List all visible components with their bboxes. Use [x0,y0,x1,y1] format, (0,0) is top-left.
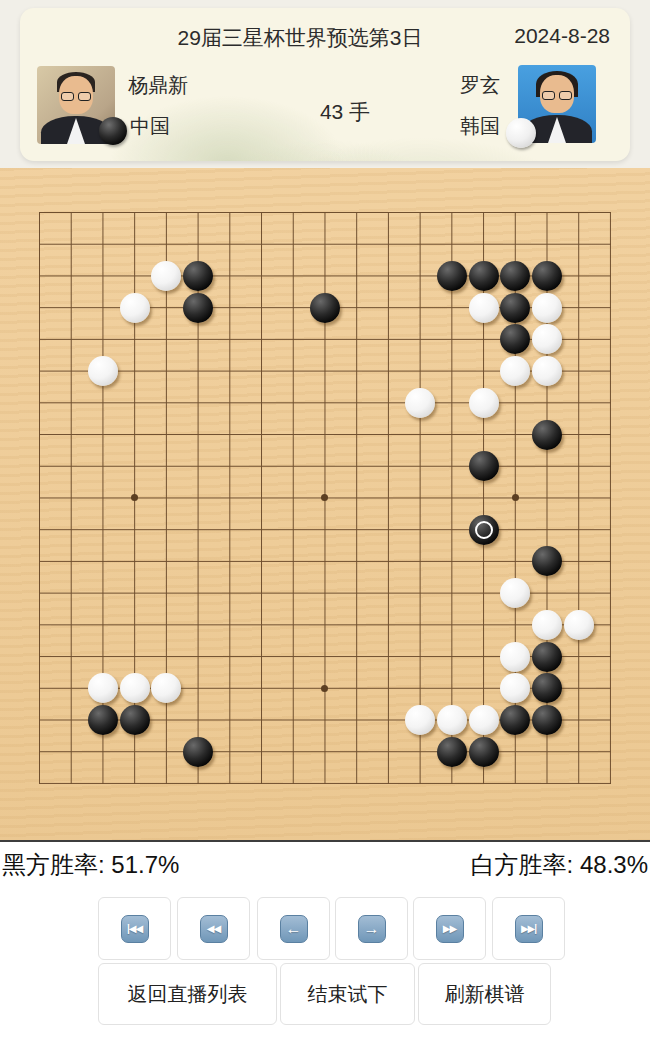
black-stone [183,261,213,291]
black-winrate: 黑方胜率: 51.7% [2,849,179,881]
white-stone [500,673,530,703]
black-stone [532,705,562,735]
event-title: 29届三星杯世界预选第3日 [80,24,520,52]
black-stone [88,705,118,735]
white-player-name: 罗玄 [460,72,500,99]
white-stone [469,705,499,735]
white-player-country: 韩国 [460,113,500,140]
white-stone [532,610,562,640]
event-date: 2024-8-28 [514,24,610,48]
right-arrow-icon: → [358,915,386,943]
black-stone [183,293,213,323]
move-count: 43 手 [265,98,425,126]
goban[interactable] [0,168,650,840]
black-stone [532,546,562,576]
star-point [131,494,138,501]
white-stone [120,673,150,703]
white-stone [532,293,562,323]
board-bottom-divider [0,840,650,842]
black-stone-icon [99,117,127,145]
black-stone [532,420,562,450]
white-stone [437,705,467,735]
black-stone [500,705,530,735]
white-stone [120,293,150,323]
skip-to-end-button[interactable]: ▶▶| [492,897,565,960]
white-stone [88,673,118,703]
white-stone [564,610,594,640]
refresh-kifu-button[interactable]: 刷新棋谱 [418,963,551,1025]
white-stone [500,356,530,386]
black-stone [437,737,467,767]
avatar-shirt [67,118,85,144]
white-stone [532,324,562,354]
black-stone [469,261,499,291]
star-point [321,494,328,501]
black-stone [500,324,530,354]
white-stone [500,578,530,608]
star-point [512,494,519,501]
step-forward-button[interactable]: → [335,897,408,960]
back-to-live-list-button[interactable]: 返回直播列表 [98,963,277,1025]
black-stone [532,261,562,291]
black-player-country: 中国 [130,113,170,140]
white-stone [88,356,118,386]
header-section: 29届三星杯世界预选第3日 2024-8-28 杨鼎新 中国 43 手 罗玄 韩… [0,0,650,168]
skip-to-start-icon: |◀◀ [121,915,149,943]
black-stone [469,515,499,545]
white-stone [469,388,499,418]
end-trial-play-button[interactable]: 结束试下 [280,963,415,1025]
black-player-name: 杨鼎新 [128,72,188,99]
black-stone [120,705,150,735]
step-back-button[interactable]: ← [257,897,330,960]
avatar-glasses [542,91,572,100]
rewind-button[interactable]: ◀◀ [177,897,250,960]
white-stone [469,293,499,323]
skip-to-start-button[interactable]: |◀◀ [98,897,171,960]
black-stone [532,673,562,703]
black-stone [532,642,562,672]
black-stone [469,737,499,767]
black-stone [437,261,467,291]
skip-to-end-icon: ▶▶| [515,915,543,943]
go-broadcast-page: 29届三星杯世界预选第3日 2024-8-28 杨鼎新 中国 43 手 罗玄 韩… [0,0,650,1037]
rewind-icon: ◀◀ [200,915,228,943]
white-stone [151,261,181,291]
white-stone-icon [506,118,536,148]
black-stone [183,737,213,767]
avatar-glasses [61,92,91,101]
white-stone [532,356,562,386]
white-stone [151,673,181,703]
avatar-shirt [548,117,566,143]
white-stone [500,642,530,672]
black-stone [469,451,499,481]
white-winrate: 白方胜率: 48.3% [471,849,648,881]
left-arrow-icon: ← [280,915,308,943]
white-stone [405,388,435,418]
game-info-card: 29届三星杯世界预选第3日 2024-8-28 杨鼎新 中国 43 手 罗玄 韩… [20,8,630,161]
go-board-grid[interactable] [39,212,611,784]
last-move-marker [475,521,493,539]
fast-forward-icon: ▶▶ [436,915,464,943]
black-stone [500,261,530,291]
white-stone [405,705,435,735]
fast-forward-button[interactable]: ▶▶ [413,897,486,960]
black-stone [500,293,530,323]
black-stone [310,293,340,323]
star-point [321,685,328,692]
